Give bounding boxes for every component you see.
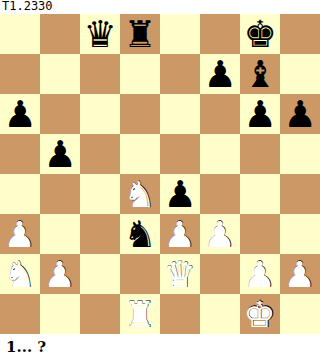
white-knight: ♞♘ <box>123 176 156 213</box>
black-pawn: ♟ <box>203 56 236 93</box>
square-f4[interactable] <box>200 174 240 214</box>
square-c7[interactable] <box>80 54 120 94</box>
white-queen: ♛♕ <box>163 256 196 293</box>
square-a7[interactable] <box>0 54 40 94</box>
white-pawn: ♟♙ <box>43 256 76 293</box>
black-rook: ♜ <box>123 16 156 53</box>
square-d5[interactable] <box>120 134 160 174</box>
white-pawn: ♟♙ <box>243 256 276 293</box>
square-h2[interactable]: ♟♙ <box>280 254 320 294</box>
square-g5[interactable] <box>240 134 280 174</box>
square-c4[interactable] <box>80 174 120 214</box>
square-h3[interactable] <box>280 214 320 254</box>
white-rook: ♜♖ <box>123 296 156 333</box>
black-pawn: ♟ <box>43 136 76 173</box>
square-b3[interactable] <box>40 214 80 254</box>
square-c3[interactable] <box>80 214 120 254</box>
white-pawn: ♟♙ <box>283 256 316 293</box>
chess-board: ♛♜♚♟♝♟♟♟♟♞♘♟♟♙♞♟♙♟♙♞♘♟♙♛♕♟♙♟♙♜♖♚♔ <box>0 14 320 334</box>
square-g3[interactable] <box>240 214 280 254</box>
black-bishop: ♝ <box>243 56 276 93</box>
square-h5[interactable] <box>280 134 320 174</box>
square-a2[interactable]: ♞♘ <box>0 254 40 294</box>
square-g8[interactable]: ♚ <box>240 14 280 54</box>
square-d2[interactable] <box>120 254 160 294</box>
square-b6[interactable] <box>40 94 80 134</box>
square-b2[interactable]: ♟♙ <box>40 254 80 294</box>
square-b4[interactable] <box>40 174 80 214</box>
square-g2[interactable]: ♟♙ <box>240 254 280 294</box>
square-f6[interactable] <box>200 94 240 134</box>
black-king: ♚ <box>243 16 276 53</box>
black-pawn: ♟ <box>283 96 316 133</box>
square-a4[interactable] <box>0 174 40 214</box>
white-pawn: ♟♙ <box>203 216 236 253</box>
square-h4[interactable] <box>280 174 320 214</box>
white-knight: ♞♘ <box>3 256 36 293</box>
square-f7[interactable]: ♟ <box>200 54 240 94</box>
square-a6[interactable]: ♟ <box>0 94 40 134</box>
white-pawn: ♟♙ <box>163 216 196 253</box>
square-d8[interactable]: ♜ <box>120 14 160 54</box>
square-b7[interactable] <box>40 54 80 94</box>
black-pawn: ♟ <box>163 176 196 213</box>
square-d6[interactable] <box>120 94 160 134</box>
square-c8[interactable]: ♛ <box>80 14 120 54</box>
square-f2[interactable] <box>200 254 240 294</box>
square-f1[interactable] <box>200 294 240 334</box>
square-f3[interactable]: ♟♙ <box>200 214 240 254</box>
square-a5[interactable] <box>0 134 40 174</box>
square-c1[interactable] <box>80 294 120 334</box>
square-c6[interactable] <box>80 94 120 134</box>
square-b1[interactable] <box>40 294 80 334</box>
square-e1[interactable] <box>160 294 200 334</box>
square-b5[interactable]: ♟ <box>40 134 80 174</box>
square-d4[interactable]: ♞♘ <box>120 174 160 214</box>
black-pawn: ♟ <box>243 96 276 133</box>
black-queen: ♛ <box>83 16 116 53</box>
square-e5[interactable] <box>160 134 200 174</box>
square-f5[interactable] <box>200 134 240 174</box>
square-e4[interactable]: ♟ <box>160 174 200 214</box>
white-pawn: ♟♙ <box>3 216 36 253</box>
square-d3[interactable]: ♞ <box>120 214 160 254</box>
move-prompt: 1... ? <box>0 334 320 360</box>
square-g4[interactable] <box>240 174 280 214</box>
square-h7[interactable] <box>280 54 320 94</box>
square-f8[interactable] <box>200 14 240 54</box>
square-g1[interactable]: ♚♔ <box>240 294 280 334</box>
square-a1[interactable] <box>0 294 40 334</box>
square-h6[interactable]: ♟ <box>280 94 320 134</box>
square-g7[interactable]: ♝ <box>240 54 280 94</box>
square-d7[interactable] <box>120 54 160 94</box>
square-h1[interactable] <box>280 294 320 334</box>
square-a3[interactable]: ♟♙ <box>0 214 40 254</box>
square-e3[interactable]: ♟♙ <box>160 214 200 254</box>
square-e7[interactable] <box>160 54 200 94</box>
white-king: ♚♔ <box>243 296 276 333</box>
square-e8[interactable] <box>160 14 200 54</box>
square-h8[interactable] <box>280 14 320 54</box>
square-c5[interactable] <box>80 134 120 174</box>
square-d1[interactable]: ♜♖ <box>120 294 160 334</box>
black-pawn: ♟ <box>3 96 36 133</box>
black-knight: ♞ <box>123 216 156 253</box>
square-a8[interactable] <box>0 14 40 54</box>
square-b8[interactable] <box>40 14 80 54</box>
puzzle-title: T1.2330 <box>0 0 320 14</box>
square-c2[interactable] <box>80 254 120 294</box>
square-e2[interactable]: ♛♕ <box>160 254 200 294</box>
square-g6[interactable]: ♟ <box>240 94 280 134</box>
square-e6[interactable] <box>160 94 200 134</box>
